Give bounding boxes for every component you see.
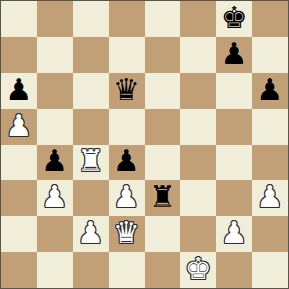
square-h8[interactable] <box>252 1 288 37</box>
square-a2[interactable] <box>1 216 37 252</box>
square-e5[interactable] <box>145 109 181 145</box>
square-b3[interactable]: ♟ <box>37 180 73 216</box>
square-b5[interactable] <box>37 109 73 145</box>
square-a8[interactable] <box>1 1 37 37</box>
square-e1[interactable] <box>145 252 181 288</box>
square-e7[interactable] <box>145 37 181 73</box>
square-c1[interactable] <box>73 252 109 288</box>
square-b7[interactable] <box>37 37 73 73</box>
square-b6[interactable] <box>37 73 73 109</box>
square-d2[interactable]: ♛ <box>109 216 145 252</box>
square-f7[interactable] <box>180 37 216 73</box>
square-g8[interactable]: ♚ <box>216 1 252 37</box>
white-pawn[interactable]: ♟ <box>41 182 68 212</box>
square-b4[interactable]: ♟ <box>37 145 73 181</box>
square-h2[interactable] <box>252 216 288 252</box>
square-c3[interactable] <box>73 180 109 216</box>
square-g7[interactable]: ♟ <box>216 37 252 73</box>
square-e8[interactable] <box>145 1 181 37</box>
square-c4[interactable]: ♜ <box>73 145 109 181</box>
white-pawn[interactable]: ♟ <box>5 111 32 141</box>
black-pawn[interactable]: ♟ <box>41 146 68 176</box>
square-e2[interactable] <box>145 216 181 252</box>
white-pawn[interactable]: ♟ <box>113 182 140 212</box>
square-h1[interactable] <box>252 252 288 288</box>
white-pawn[interactable]: ♟ <box>257 182 284 212</box>
square-d4[interactable]: ♟ <box>109 145 145 181</box>
square-g4[interactable] <box>216 145 252 181</box>
square-e3[interactable]: ♜ <box>145 180 181 216</box>
square-a1[interactable] <box>1 252 37 288</box>
black-pawn[interactable]: ♟ <box>5 75 32 105</box>
black-king[interactable]: ♚ <box>221 3 248 33</box>
square-d6[interactable]: ♛ <box>109 73 145 109</box>
square-h3[interactable]: ♟ <box>252 180 288 216</box>
black-rook[interactable]: ♜ <box>149 182 176 212</box>
square-h5[interactable] <box>252 109 288 145</box>
square-a7[interactable] <box>1 37 37 73</box>
square-f2[interactable] <box>180 216 216 252</box>
square-h4[interactable] <box>252 145 288 181</box>
square-d3[interactable]: ♟ <box>109 180 145 216</box>
square-c8[interactable] <box>73 1 109 37</box>
square-c6[interactable] <box>73 73 109 109</box>
chess-board-grid: ♚ ♟ ♟ ♛ ♟ ♟ ♟ ♜ ♟ <box>1 1 288 288</box>
white-pawn[interactable]: ♟ <box>77 218 104 248</box>
square-c2[interactable]: ♟ <box>73 216 109 252</box>
black-pawn[interactable]: ♟ <box>221 39 248 69</box>
black-pawn[interactable]: ♟ <box>257 75 284 105</box>
white-king[interactable]: ♚ <box>185 254 212 284</box>
square-h6[interactable]: ♟ <box>252 73 288 109</box>
square-d7[interactable] <box>109 37 145 73</box>
square-g3[interactable] <box>216 180 252 216</box>
square-d1[interactable] <box>109 252 145 288</box>
square-b1[interactable] <box>37 252 73 288</box>
square-d8[interactable] <box>109 1 145 37</box>
square-f3[interactable] <box>180 180 216 216</box>
white-queen[interactable]: ♛ <box>113 218 140 248</box>
white-rook[interactable]: ♜ <box>77 146 104 176</box>
square-g1[interactable] <box>216 252 252 288</box>
square-f8[interactable] <box>180 1 216 37</box>
black-pawn[interactable]: ♟ <box>113 146 140 176</box>
black-queen[interactable]: ♛ <box>113 75 140 105</box>
square-a6[interactable]: ♟ <box>1 73 37 109</box>
square-g5[interactable] <box>216 109 252 145</box>
square-d5[interactable] <box>109 109 145 145</box>
square-a5[interactable]: ♟ <box>1 109 37 145</box>
square-b8[interactable] <box>37 1 73 37</box>
square-g6[interactable] <box>216 73 252 109</box>
square-e4[interactable] <box>145 145 181 181</box>
square-c5[interactable] <box>73 109 109 145</box>
chess-board: ♚ ♟ ♟ ♛ ♟ ♟ ♟ ♜ ♟ <box>0 0 289 289</box>
square-g2[interactable]: ♟ <box>216 216 252 252</box>
square-a3[interactable] <box>1 180 37 216</box>
square-f4[interactable] <box>180 145 216 181</box>
square-a4[interactable] <box>1 145 37 181</box>
square-c7[interactable] <box>73 37 109 73</box>
square-h7[interactable] <box>252 37 288 73</box>
square-f1[interactable]: ♚ <box>180 252 216 288</box>
square-e6[interactable] <box>145 73 181 109</box>
square-f5[interactable] <box>180 109 216 145</box>
white-pawn[interactable]: ♟ <box>221 218 248 248</box>
square-b2[interactable] <box>37 216 73 252</box>
square-f6[interactable] <box>180 73 216 109</box>
